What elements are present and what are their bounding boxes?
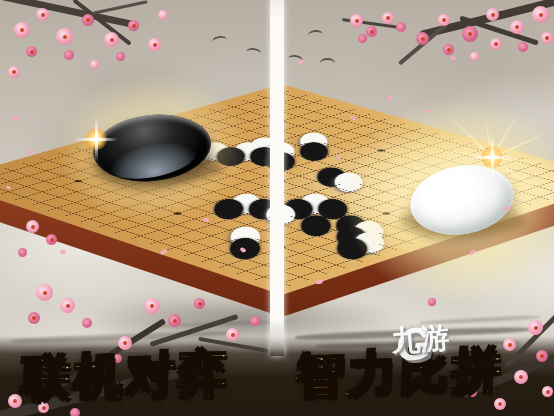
sakura-petal bbox=[12, 115, 20, 121]
sakura-flower bbox=[194, 298, 205, 309]
sakura-flower bbox=[82, 14, 94, 26]
sakura-flower bbox=[358, 34, 367, 43]
sakura-flower bbox=[26, 46, 37, 57]
sakura-flower bbox=[226, 328, 239, 341]
sakura-flower bbox=[350, 14, 363, 27]
sakura-flower bbox=[90, 60, 99, 69]
sakura-flower bbox=[490, 38, 502, 50]
center-divider bbox=[270, 0, 284, 356]
sakura-flower bbox=[366, 26, 377, 37]
sakura-flower bbox=[104, 32, 119, 47]
sakura-flower bbox=[514, 370, 528, 384]
sakura-flower bbox=[144, 298, 160, 314]
sakura-flower bbox=[64, 50, 74, 60]
promo-splash: ●●●●●●●●●●●●●●●●●●●●●●●●●● 联机对弈 智力比拼 G 九… bbox=[0, 0, 554, 416]
sakura-flower bbox=[116, 52, 125, 61]
sakura-flower bbox=[428, 298, 436, 306]
sakura-petal bbox=[297, 59, 304, 65]
sakura-flower bbox=[250, 316, 260, 326]
sakura-flower bbox=[443, 44, 454, 55]
sakura-flower bbox=[46, 234, 57, 245]
sakura-flower bbox=[528, 320, 543, 335]
sakura-flower bbox=[462, 26, 478, 42]
sakura-flower bbox=[416, 32, 429, 45]
sakura-flower bbox=[438, 14, 450, 26]
sakura-flower bbox=[26, 220, 39, 233]
sakura-flower bbox=[542, 386, 553, 397]
sakura-flower bbox=[158, 10, 168, 20]
sakura-flower bbox=[28, 312, 40, 324]
slogan-online-play: 联机对弈 bbox=[21, 341, 232, 411]
sakura-flower bbox=[128, 20, 139, 31]
sakura-flower bbox=[18, 248, 27, 257]
sakura-flower bbox=[486, 8, 499, 21]
sakura-petal bbox=[385, 95, 393, 102]
sakura-flower bbox=[536, 350, 548, 362]
sakura-flower bbox=[8, 66, 20, 78]
sakura-flower bbox=[36, 8, 49, 21]
sakura-flower bbox=[56, 28, 73, 45]
blossom-branch bbox=[92, 0, 147, 15]
ink-bird-icon bbox=[320, 58, 335, 68]
sakura-flower bbox=[518, 42, 528, 52]
sakura-flower bbox=[148, 38, 161, 51]
sakura-petal bbox=[60, 250, 67, 255]
watermark-name: 九游 bbox=[390, 318, 451, 362]
sakura-flower bbox=[532, 6, 549, 23]
sakura-flower bbox=[60, 298, 75, 313]
sakura-flower bbox=[541, 32, 553, 44]
sakura-petal bbox=[449, 55, 456, 61]
sakura-flower bbox=[82, 318, 92, 328]
sakura-flower bbox=[382, 12, 394, 24]
sakura-flower bbox=[396, 22, 406, 32]
sakura-flower bbox=[510, 20, 524, 34]
sakura-flower bbox=[36, 284, 53, 301]
sakura-flower bbox=[168, 314, 181, 327]
ink-bird-icon bbox=[308, 29, 324, 40]
sakura-flower bbox=[14, 22, 30, 38]
sakura-flower bbox=[470, 52, 479, 61]
